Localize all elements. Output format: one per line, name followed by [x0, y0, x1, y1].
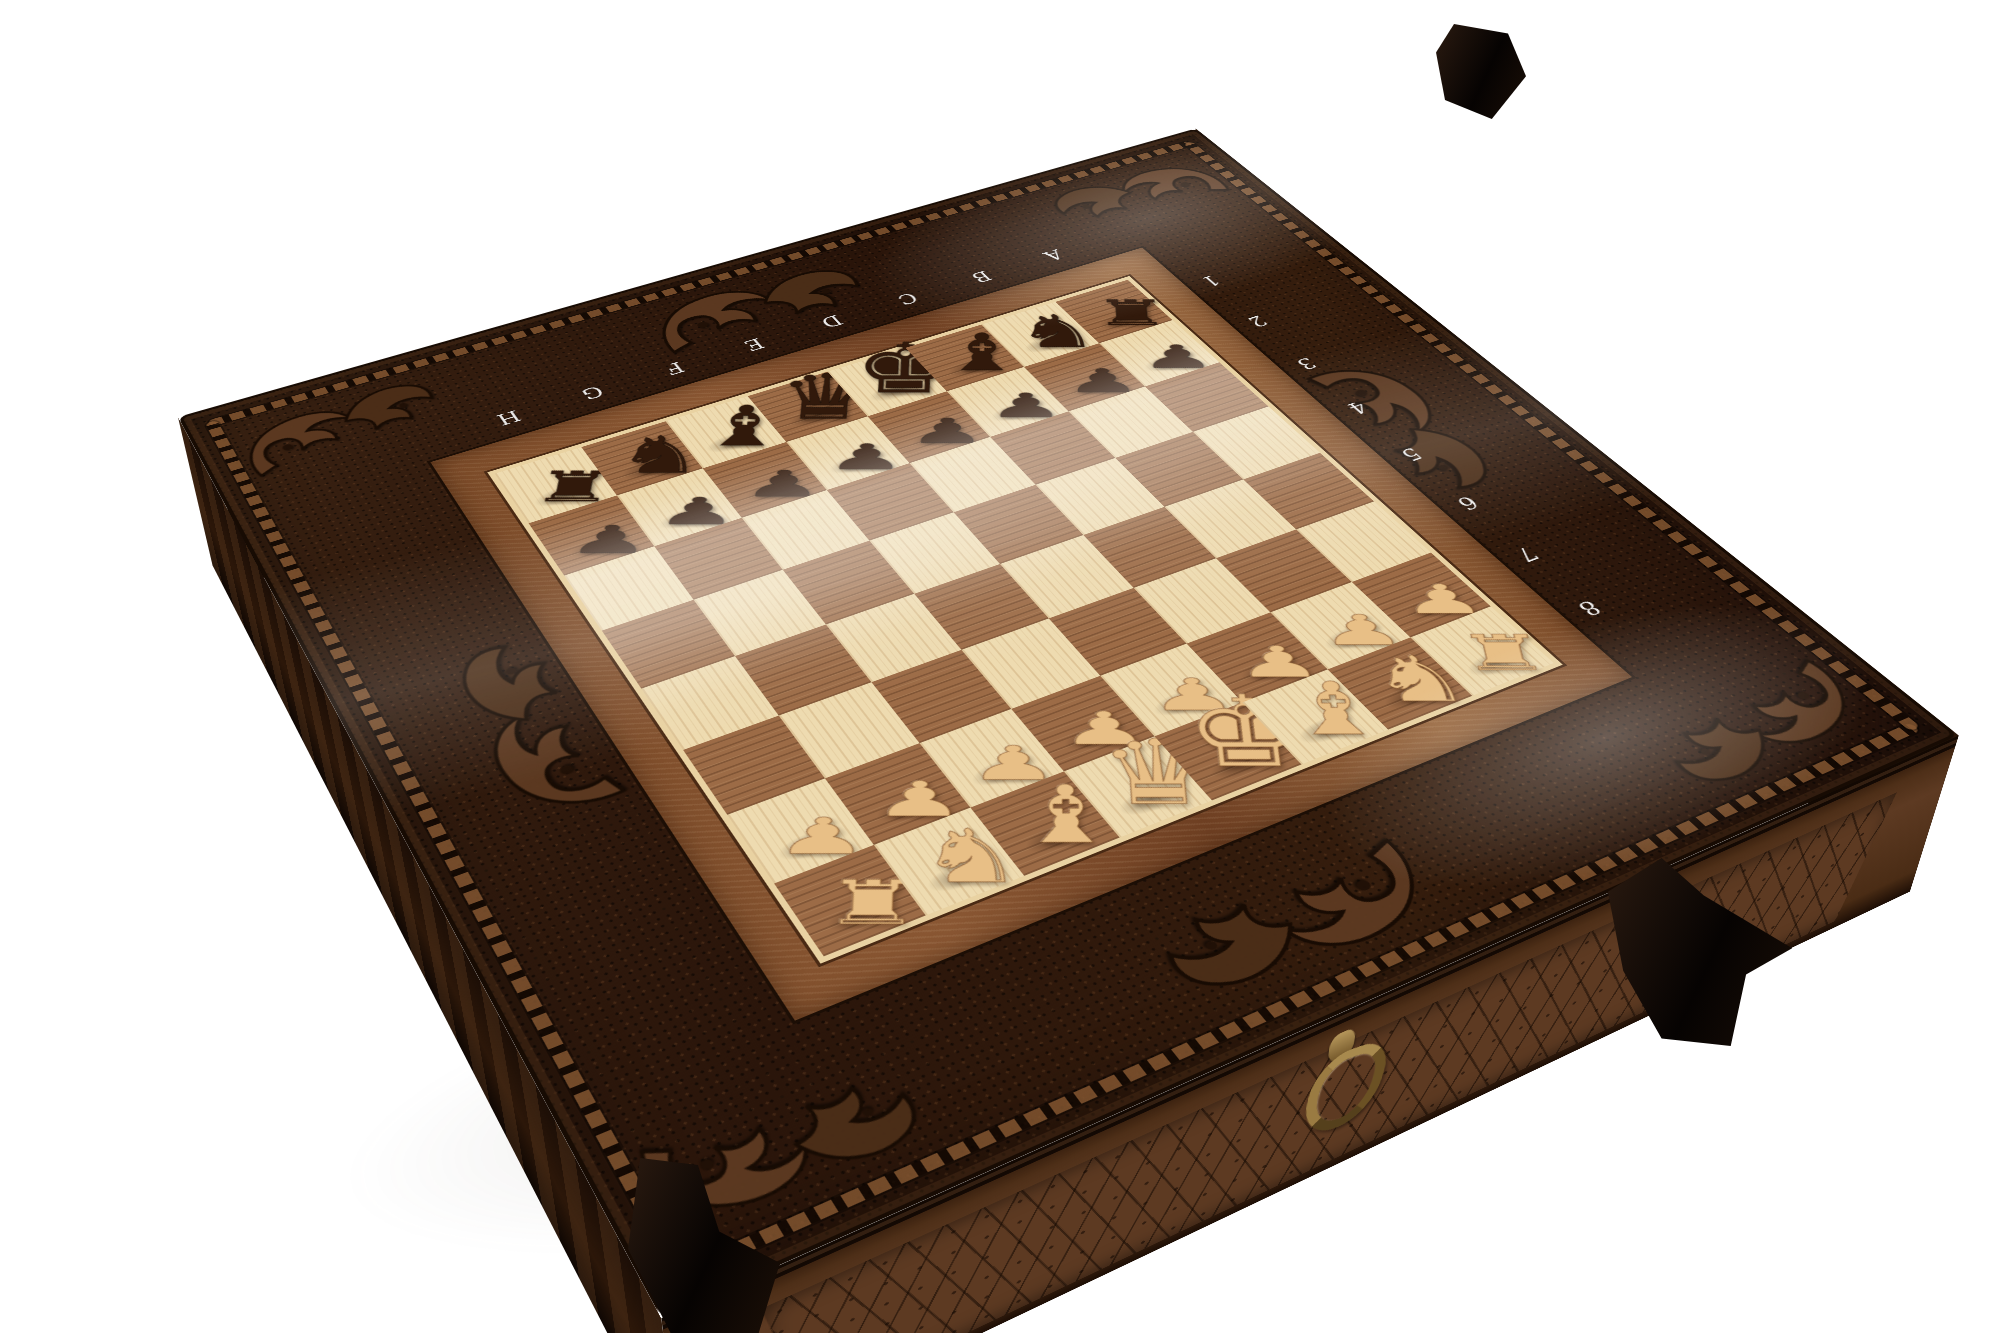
file-label: G	[572, 381, 612, 404]
piece-white-king[interactable]: ♚	[1109, 685, 1388, 779]
square[interactable]	[961, 618, 1100, 709]
file-label: H	[488, 406, 528, 430]
square[interactable]	[735, 625, 871, 716]
file-label: A	[1034, 245, 1072, 265]
piece-shadow	[951, 743, 1054, 800]
rank-label: 2	[1237, 310, 1277, 331]
piece-shadow	[757, 815, 864, 876]
piece-white-pawn[interactable]: ♟	[1004, 707, 1205, 750]
piece-white-pawn[interactable]: ♟	[911, 741, 1115, 786]
square[interactable]	[694, 570, 826, 656]
square[interactable]	[683, 716, 825, 815]
square[interactable]: ♟	[920, 709, 1064, 808]
square[interactable]: ♜	[774, 845, 926, 956]
photo-stage: HGFEDCBA12345678 ♜♞♝♛♚♝♞♜♟♟♟♟♟♟♟♟♟♟♟♟♟♟♟…	[0, 0, 2000, 1333]
piece-white-pawn[interactable]: ♟	[715, 813, 927, 861]
square[interactable]: ♞	[874, 808, 1024, 916]
square[interactable]	[1134, 558, 1271, 643]
square[interactable]	[602, 600, 735, 689]
piece-white-bishop[interactable]: ♝	[955, 777, 1178, 853]
square[interactable]: ♜	[1410, 606, 1553, 695]
piece-shadow	[1098, 771, 1202, 830]
square[interactable]: ♛	[1064, 736, 1212, 837]
square[interactable]: ♟	[1011, 676, 1154, 772]
square[interactable]	[641, 656, 778, 750]
square[interactable]: ♚	[1155, 702, 1302, 800]
piece-white-rook[interactable]: ♜	[757, 874, 984, 932]
carved-scroll-icon	[1030, 150, 1248, 234]
piece-white-knight[interactable]: ♞	[1306, 649, 1536, 709]
square[interactable]: ♟	[1187, 612, 1328, 702]
piece-shadow	[856, 778, 961, 837]
piece-shadow	[1278, 702, 1378, 757]
square[interactable]	[779, 682, 920, 778]
piece-shadow	[1305, 612, 1401, 662]
square[interactable]	[871, 650, 1011, 743]
rank-label: 8	[1565, 593, 1613, 621]
file-label: C	[888, 288, 927, 309]
square[interactable]: ♟	[1100, 644, 1242, 737]
piece-white-pawn[interactable]: ♟	[815, 776, 1022, 822]
square[interactable]: ♟	[825, 743, 970, 845]
rank-label: 1	[1191, 271, 1230, 291]
piece-white-queen[interactable]: ♛	[1027, 730, 1291, 815]
piece-shadow	[1447, 637, 1544, 689]
square[interactable]	[914, 564, 1049, 650]
piece-shadow	[1220, 644, 1318, 696]
chess-box: HGFEDCBA12345678 ♜♞♝♛♚♝♞♜♟♟♟♟♟♟♟♟♟♟♟♟♟♟♟…	[178, 128, 1959, 1318]
square[interactable]: ♟	[727, 778, 874, 883]
piece-white-rook[interactable]: ♜	[1398, 629, 1610, 676]
piece-shadow	[1364, 669, 1462, 722]
piece-white-knight[interactable]: ♞	[851, 821, 1090, 891]
piece-shadow	[1044, 709, 1145, 764]
square[interactable]: ♞	[1328, 637, 1473, 729]
rank-label: 7	[1503, 540, 1549, 567]
piece-shadow	[806, 883, 916, 948]
square[interactable]: ♝	[970, 771, 1119, 875]
carved-scroll-icon	[210, 361, 463, 492]
scene: HGFEDCBA12345678 ♜♞♝♛♚♝♞♜♟♟♟♟♟♟♟♟♟♟♟♟♟♟♟…	[0, 0, 2000, 1333]
piece-shadow	[906, 845, 1014, 907]
square[interactable]	[1049, 588, 1187, 676]
carved-leaf-garland-icon	[408, 621, 661, 844]
piece-black-pawn[interactable]: ♟	[515, 522, 703, 558]
file-label: B	[962, 267, 1001, 287]
piece-shadow	[1189, 736, 1291, 793]
square[interactable]	[826, 594, 962, 682]
piece-shadow	[1004, 808, 1110, 868]
